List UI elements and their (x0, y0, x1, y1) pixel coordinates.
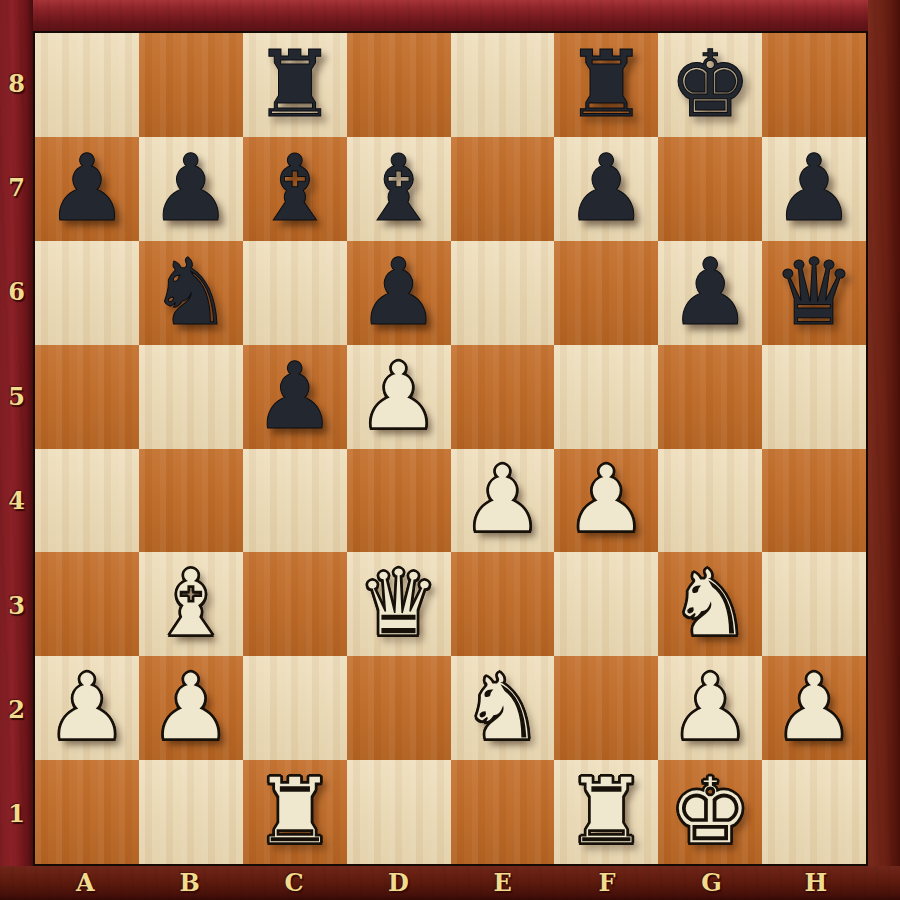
piece-white-queen-d3[interactable]: ♛ (347, 552, 451, 656)
square-d5[interactable]: ♟ (347, 345, 451, 449)
piece-white-bishop-b3[interactable]: ♝ (139, 552, 243, 656)
piece-black-bishop-d7[interactable]: ♝ (347, 137, 451, 241)
file-label-g: G (659, 866, 763, 900)
piece-white-knight-e2[interactable]: ♞ (451, 656, 555, 760)
piece-white-rook-f1[interactable]: ♜ (554, 760, 658, 864)
piece-black-pawn-c5[interactable]: ♟ (243, 345, 347, 449)
square-b3[interactable]: ♝ (139, 552, 243, 656)
square-f8[interactable]: ♜ (554, 33, 658, 137)
square-e2[interactable]: ♞ (451, 656, 555, 760)
wood-grain-texture (0, 0, 900, 31)
square-f6[interactable] (554, 241, 658, 345)
piece-black-pawn-d6[interactable]: ♟ (347, 241, 451, 345)
rank-label-1: 1 (0, 762, 33, 866)
rank-label-3: 3 (0, 553, 33, 657)
square-d6[interactable]: ♟ (347, 241, 451, 345)
square-h1[interactable] (762, 760, 866, 864)
piece-black-pawn-f7[interactable]: ♟ (554, 137, 658, 241)
piece-black-king-g8[interactable]: ♚ (658, 33, 762, 137)
square-c8[interactable]: ♜ (243, 33, 347, 137)
square-h5[interactable] (762, 345, 866, 449)
chess-board: ♜♜♚♟♟♝♝♟♟♞♟♟♛♟♟♟♟♝♛♞♟♟♞♟♟♜♜♚ (33, 31, 868, 866)
square-g3[interactable]: ♞ (658, 552, 762, 656)
square-b4[interactable] (139, 449, 243, 553)
square-h3[interactable] (762, 552, 866, 656)
file-label-f: F (555, 866, 659, 900)
square-c5[interactable]: ♟ (243, 345, 347, 449)
square-f7[interactable]: ♟ (554, 137, 658, 241)
square-b7[interactable]: ♟ (139, 137, 243, 241)
square-b2[interactable]: ♟ (139, 656, 243, 760)
square-a8[interactable] (35, 33, 139, 137)
piece-white-pawn-d5[interactable]: ♟ (347, 345, 451, 449)
square-a1[interactable] (35, 760, 139, 864)
square-g1[interactable]: ♚ (658, 760, 762, 864)
file-label-a: A (33, 866, 137, 900)
square-d4[interactable] (347, 449, 451, 553)
square-a4[interactable] (35, 449, 139, 553)
square-f5[interactable] (554, 345, 658, 449)
square-a3[interactable] (35, 552, 139, 656)
file-label-d: D (346, 866, 450, 900)
square-a2[interactable]: ♟ (35, 656, 139, 760)
piece-black-rook-f8[interactable]: ♜ (554, 33, 658, 137)
square-d3[interactable]: ♛ (347, 552, 451, 656)
square-h6[interactable]: ♛ (762, 241, 866, 345)
square-g2[interactable]: ♟ (658, 656, 762, 760)
square-g8[interactable]: ♚ (658, 33, 762, 137)
square-e3[interactable] (451, 552, 555, 656)
square-b5[interactable] (139, 345, 243, 449)
square-d8[interactable] (347, 33, 451, 137)
rank-label-7: 7 (0, 135, 33, 239)
board-frame-right (868, 0, 900, 900)
square-h8[interactable] (762, 33, 866, 137)
square-b6[interactable]: ♞ (139, 241, 243, 345)
square-g6[interactable]: ♟ (658, 241, 762, 345)
square-c7[interactable]: ♝ (243, 137, 347, 241)
rank-label-4: 4 (0, 449, 33, 553)
piece-black-bishop-c7[interactable]: ♝ (243, 137, 347, 241)
piece-white-pawn-a2[interactable]: ♟ (35, 656, 139, 760)
square-c4[interactable] (243, 449, 347, 553)
rank-label-2: 2 (0, 657, 33, 761)
square-c2[interactable] (243, 656, 347, 760)
piece-black-pawn-g6[interactable]: ♟ (658, 241, 762, 345)
square-h7[interactable]: ♟ (762, 137, 866, 241)
rank-labels: 87654321 (0, 31, 33, 866)
piece-white-rook-c1[interactable]: ♜ (243, 760, 347, 864)
rank-label-6: 6 (0, 240, 33, 344)
square-g7[interactable] (658, 137, 762, 241)
square-e8[interactable] (451, 33, 555, 137)
rank-label-5: 5 (0, 344, 33, 448)
square-c3[interactable] (243, 552, 347, 656)
piece-black-rook-c8[interactable]: ♜ (243, 33, 347, 137)
square-d1[interactable] (347, 760, 451, 864)
square-g4[interactable] (658, 449, 762, 553)
file-label-h: H (764, 866, 868, 900)
piece-white-pawn-e4[interactable]: ♟ (451, 449, 555, 553)
file-label-b: B (137, 866, 241, 900)
square-e7[interactable] (451, 137, 555, 241)
square-f3[interactable] (554, 552, 658, 656)
piece-black-pawn-b7[interactable]: ♟ (139, 137, 243, 241)
square-f4[interactable]: ♟ (554, 449, 658, 553)
square-a5[interactable] (35, 345, 139, 449)
square-e4[interactable]: ♟ (451, 449, 555, 553)
square-h2[interactable]: ♟ (762, 656, 866, 760)
square-e5[interactable] (451, 345, 555, 449)
file-label-c: C (242, 866, 346, 900)
square-f2[interactable] (554, 656, 658, 760)
piece-black-queen-h6[interactable]: ♛ (762, 241, 866, 345)
piece-black-pawn-h7[interactable]: ♟ (762, 137, 866, 241)
board-frame-top (0, 0, 900, 31)
piece-black-pawn-a7[interactable]: ♟ (35, 137, 139, 241)
square-a6[interactable] (35, 241, 139, 345)
piece-black-knight-b6[interactable]: ♞ (139, 241, 243, 345)
square-b1[interactable] (139, 760, 243, 864)
square-a7[interactable]: ♟ (35, 137, 139, 241)
square-b8[interactable] (139, 33, 243, 137)
piece-white-pawn-h2[interactable]: ♟ (762, 656, 866, 760)
square-e1[interactable] (451, 760, 555, 864)
wood-grain-texture (868, 0, 900, 900)
piece-white-king-g1[interactable]: ♚ (658, 760, 762, 864)
square-h4[interactable] (762, 449, 866, 553)
piece-white-pawn-b2[interactable]: ♟ (139, 656, 243, 760)
piece-white-pawn-f4[interactable]: ♟ (554, 449, 658, 553)
file-labels: ABCDEFGH (33, 866, 868, 900)
square-c6[interactable] (243, 241, 347, 345)
piece-white-pawn-g2[interactable]: ♟ (658, 656, 762, 760)
square-c1[interactable]: ♜ (243, 760, 347, 864)
square-d2[interactable] (347, 656, 451, 760)
square-e6[interactable] (451, 241, 555, 345)
rank-label-8: 8 (0, 31, 33, 135)
chess-board-window: 87654321 ♜♜♚♟♟♝♝♟♟♞♟♟♛♟♟♟♟♝♛♞♟♟♞♟♟♜♜♚ AB… (0, 0, 900, 900)
square-g5[interactable] (658, 345, 762, 449)
piece-white-knight-g3[interactable]: ♞ (658, 552, 762, 656)
square-d7[interactable]: ♝ (347, 137, 451, 241)
file-label-e: E (451, 866, 555, 900)
square-f1[interactable]: ♜ (554, 760, 658, 864)
